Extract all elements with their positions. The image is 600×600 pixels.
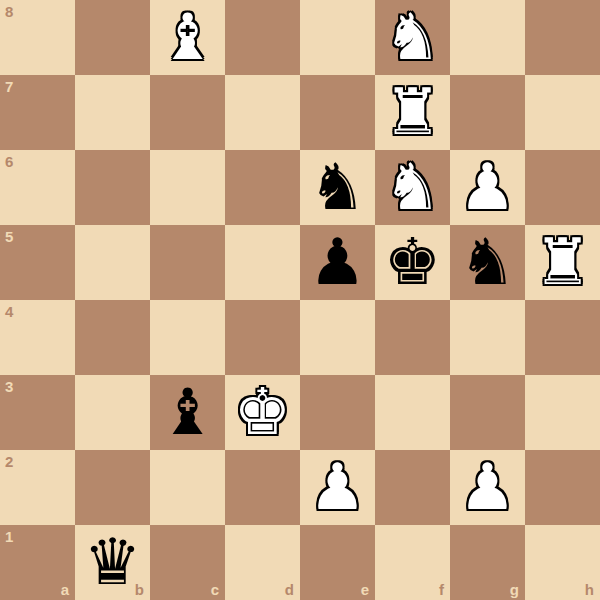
square-g2[interactable]: ♟ — [450, 450, 525, 525]
square-b6[interactable] — [75, 150, 150, 225]
piece-white-king[interactable]: ♚ — [225, 375, 300, 450]
square-h3[interactable] — [525, 375, 600, 450]
square-c7[interactable] — [150, 75, 225, 150]
square-g1[interactable]: g — [450, 525, 525, 600]
piece-black-knight[interactable]: ♞ — [450, 225, 525, 300]
rank-label-8: 8 — [5, 3, 13, 20]
square-b1[interactable]: b♛ — [75, 525, 150, 600]
square-h1[interactable]: h — [525, 525, 600, 600]
rank-label-6: 6 — [5, 153, 13, 170]
piece-white-rook[interactable]: ♜ — [375, 75, 450, 150]
file-label-h: h — [585, 581, 594, 598]
rank-label-2: 2 — [5, 453, 13, 470]
square-a2[interactable]: 2 — [0, 450, 75, 525]
rank-label-3: 3 — [5, 378, 13, 395]
piece-white-knight[interactable]: ♞ — [375, 150, 450, 225]
square-a8[interactable]: 8 — [0, 0, 75, 75]
piece-white-bishop[interactable]: ♝ — [150, 0, 225, 75]
square-h4[interactable] — [525, 300, 600, 375]
square-c3[interactable]: ♝ — [150, 375, 225, 450]
square-g4[interactable] — [450, 300, 525, 375]
square-a6[interactable]: 6 — [0, 150, 75, 225]
square-d6[interactable] — [225, 150, 300, 225]
file-label-g: g — [510, 581, 519, 598]
piece-black-queen[interactable]: ♛ — [75, 525, 150, 600]
file-label-f: f — [439, 581, 444, 598]
square-e2[interactable]: ♟ — [300, 450, 375, 525]
square-b8[interactable] — [75, 0, 150, 75]
square-f5[interactable]: ♚ — [375, 225, 450, 300]
square-c5[interactable] — [150, 225, 225, 300]
piece-white-pawn[interactable]: ♟ — [300, 450, 375, 525]
file-label-a: a — [61, 581, 69, 598]
piece-white-knight[interactable]: ♞ — [375, 0, 450, 75]
square-g8[interactable] — [450, 0, 525, 75]
square-d1[interactable]: d — [225, 525, 300, 600]
square-h2[interactable] — [525, 450, 600, 525]
square-h8[interactable] — [525, 0, 600, 75]
file-label-e: e — [361, 581, 369, 598]
file-label-d: d — [285, 581, 294, 598]
square-g7[interactable] — [450, 75, 525, 150]
square-c8[interactable]: ♝ — [150, 0, 225, 75]
square-d5[interactable] — [225, 225, 300, 300]
square-e3[interactable] — [300, 375, 375, 450]
square-g6[interactable]: ♟ — [450, 150, 525, 225]
square-h6[interactable] — [525, 150, 600, 225]
square-f1[interactable]: f — [375, 525, 450, 600]
square-a3[interactable]: 3 — [0, 375, 75, 450]
piece-black-pawn[interactable]: ♟ — [300, 225, 375, 300]
square-e4[interactable] — [300, 300, 375, 375]
square-e8[interactable] — [300, 0, 375, 75]
square-g5[interactable]: ♞ — [450, 225, 525, 300]
piece-black-bishop[interactable]: ♝ — [150, 375, 225, 450]
square-c4[interactable] — [150, 300, 225, 375]
square-g3[interactable] — [450, 375, 525, 450]
square-c1[interactable]: c — [150, 525, 225, 600]
rank-label-1: 1 — [5, 528, 13, 545]
square-f3[interactable] — [375, 375, 450, 450]
square-b2[interactable] — [75, 450, 150, 525]
file-label-c: c — [211, 581, 219, 598]
piece-black-king[interactable]: ♚ — [375, 225, 450, 300]
square-f7[interactable]: ♜ — [375, 75, 450, 150]
square-h7[interactable] — [525, 75, 600, 150]
piece-white-pawn[interactable]: ♟ — [450, 150, 525, 225]
square-e5[interactable]: ♟ — [300, 225, 375, 300]
square-c2[interactable] — [150, 450, 225, 525]
square-h5[interactable]: ♜ — [525, 225, 600, 300]
square-d2[interactable] — [225, 450, 300, 525]
chess-board: 8♝♞7♜6♞♞♟5♟♚♞♜43♝♚2♟♟1ab♛cdefgh — [0, 0, 600, 600]
square-c6[interactable] — [150, 150, 225, 225]
square-f2[interactable] — [375, 450, 450, 525]
square-b7[interactable] — [75, 75, 150, 150]
rank-label-4: 4 — [5, 303, 13, 320]
square-f8[interactable]: ♞ — [375, 0, 450, 75]
square-d7[interactable] — [225, 75, 300, 150]
square-d3[interactable]: ♚ — [225, 375, 300, 450]
piece-black-knight[interactable]: ♞ — [300, 150, 375, 225]
square-a4[interactable]: 4 — [0, 300, 75, 375]
piece-white-rook[interactable]: ♜ — [525, 225, 600, 300]
square-b3[interactable] — [75, 375, 150, 450]
square-d8[interactable] — [225, 0, 300, 75]
square-f6[interactable]: ♞ — [375, 150, 450, 225]
square-d4[interactable] — [225, 300, 300, 375]
square-e1[interactable]: e — [300, 525, 375, 600]
rank-label-5: 5 — [5, 228, 13, 245]
square-e6[interactable]: ♞ — [300, 150, 375, 225]
square-b5[interactable] — [75, 225, 150, 300]
piece-white-pawn[interactable]: ♟ — [450, 450, 525, 525]
square-a7[interactable]: 7 — [0, 75, 75, 150]
square-e7[interactable] — [300, 75, 375, 150]
rank-label-7: 7 — [5, 78, 13, 95]
square-f4[interactable] — [375, 300, 450, 375]
square-a1[interactable]: 1a — [0, 525, 75, 600]
square-b4[interactable] — [75, 300, 150, 375]
square-a5[interactable]: 5 — [0, 225, 75, 300]
